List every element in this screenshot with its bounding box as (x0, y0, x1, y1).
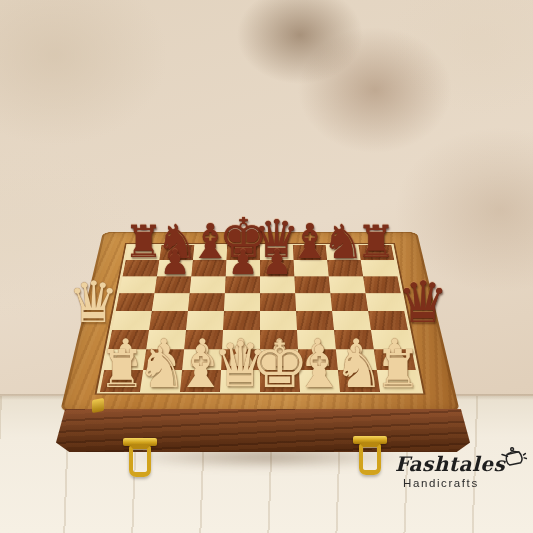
chess-piece-light-rook: ♜ (375, 343, 422, 395)
chess-piece-dark-rook: ♜ (356, 220, 395, 264)
chess-piece-dark-pawn: ♟ (228, 245, 258, 279)
brand-logo: Fashtales Handicrafts (395, 452, 527, 489)
chess-piece-light-queen: ♛ (68, 273, 119, 330)
chess-piece-dark-queen: ♛ (397, 273, 448, 330)
chess-piece-dark-pawn: ♟ (262, 245, 292, 279)
chess-piece-dark-pawn: ♟ (160, 245, 190, 279)
brand-subtitle: Handicrafts (403, 477, 527, 489)
kettle-icon (499, 444, 529, 472)
product-photo-stage: ♜♞♝♚♛♝♞♜♟♟♟♛♛♟♟♟♟♟♟♟♟♜♞♝♛♚♝♞♜ Fashtales … (0, 0, 533, 533)
